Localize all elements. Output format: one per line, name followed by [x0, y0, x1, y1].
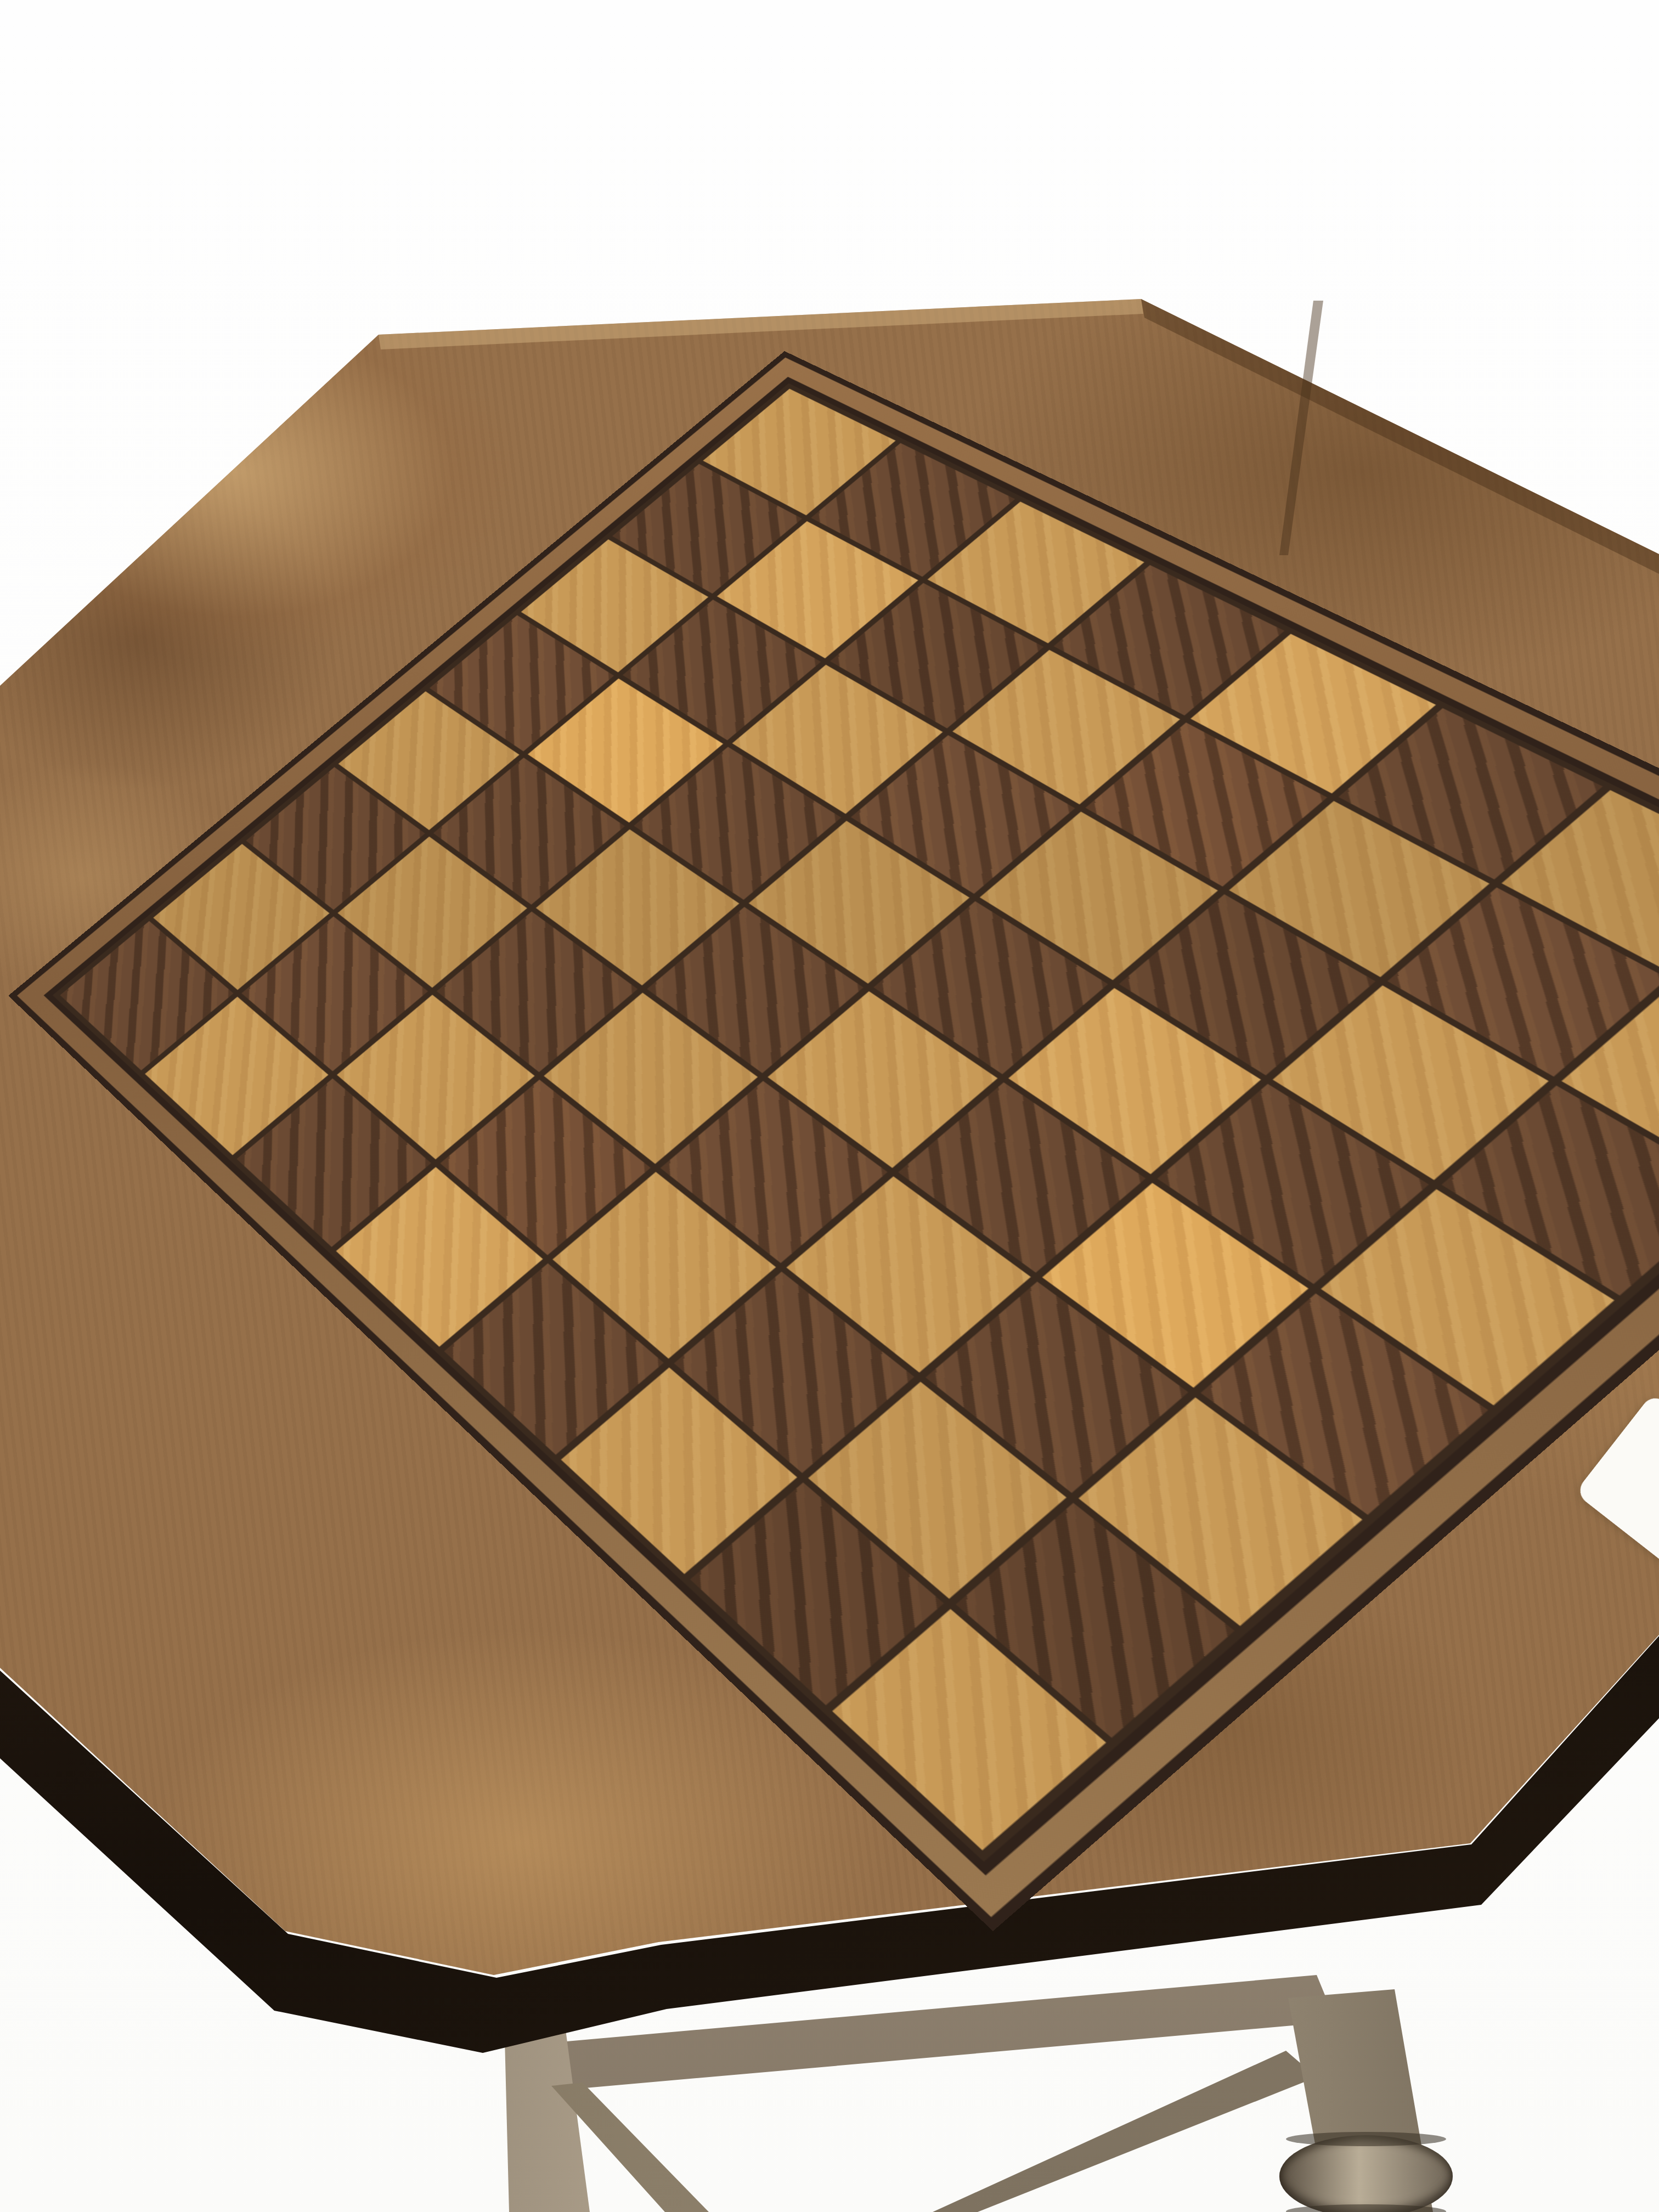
turned-leg-ring: [1286, 2132, 1446, 2146]
photo-stage: 5: [0, 0, 1659, 2212]
turned-leg-bulge: [1279, 2135, 1453, 2212]
